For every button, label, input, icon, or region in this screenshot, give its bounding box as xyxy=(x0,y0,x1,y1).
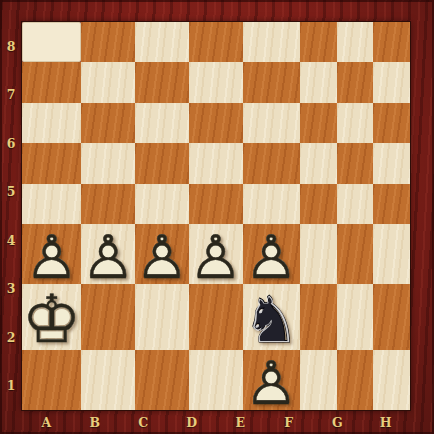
square-d4[interactable] xyxy=(189,184,243,224)
chess-board: ♟♙♟♙♟♙♟♙♟♙♚♔♞♘♟♙ xyxy=(22,22,410,410)
square-h5[interactable] xyxy=(373,143,410,183)
square-d1[interactable] xyxy=(189,350,243,410)
piece-white-king[interactable]: ♚♔ xyxy=(22,287,81,353)
white-king-outline: ♔ xyxy=(22,287,81,353)
square-f2[interactable] xyxy=(300,284,337,350)
square-d3[interactable]: ♟♙ xyxy=(189,224,243,284)
rank-label-2: 2 xyxy=(0,313,22,362)
square-b8[interactable] xyxy=(81,22,135,62)
file-label-a: A xyxy=(22,410,71,434)
square-g8[interactable] xyxy=(337,22,374,62)
rank-labels: 87654321 xyxy=(0,22,22,410)
file-label-h: H xyxy=(362,410,411,434)
piece-white-pawn[interactable]: ♟♙ xyxy=(25,227,79,287)
square-a7[interactable] xyxy=(22,62,81,102)
rank-label-3: 3 xyxy=(0,265,22,314)
square-a5[interactable] xyxy=(22,143,81,183)
file-label-c: C xyxy=(119,410,168,434)
rank-label-1: 1 xyxy=(0,362,22,411)
piece-white-pawn[interactable]: ♟♙ xyxy=(81,227,135,287)
square-a8[interactable] xyxy=(22,22,81,62)
square-d5[interactable] xyxy=(189,143,243,183)
square-c3[interactable]: ♟♙ xyxy=(135,224,189,284)
square-g4[interactable] xyxy=(337,184,374,224)
square-a6[interactable] xyxy=(22,103,81,143)
square-b2[interactable] xyxy=(81,284,135,350)
square-f5[interactable] xyxy=(300,143,337,183)
white-pawn-outline: ♙ xyxy=(244,227,298,287)
rank-label-8: 8 xyxy=(0,22,22,71)
square-g2[interactable] xyxy=(337,284,374,350)
square-b6[interactable] xyxy=(81,103,135,143)
square-h4[interactable] xyxy=(373,184,410,224)
file-label-b: B xyxy=(71,410,120,434)
square-h3[interactable] xyxy=(373,224,410,284)
square-d7[interactable] xyxy=(189,62,243,102)
square-h2[interactable] xyxy=(373,284,410,350)
rank-label-5: 5 xyxy=(0,168,22,217)
square-c1[interactable] xyxy=(135,350,189,410)
square-f6[interactable] xyxy=(300,103,337,143)
white-pawn-outline: ♙ xyxy=(135,227,189,287)
square-b7[interactable] xyxy=(81,62,135,102)
square-h8[interactable] xyxy=(373,22,410,62)
square-e4[interactable] xyxy=(243,184,300,224)
square-a1[interactable] xyxy=(22,350,81,410)
square-f7[interactable] xyxy=(300,62,337,102)
white-pawn-outline: ♙ xyxy=(25,227,79,287)
square-c5[interactable] xyxy=(135,143,189,183)
square-b5[interactable] xyxy=(81,143,135,183)
square-g6[interactable] xyxy=(337,103,374,143)
white-pawn-outline: ♙ xyxy=(189,227,243,287)
square-f4[interactable] xyxy=(300,184,337,224)
chess-diagram: 87654321 ABCDEFGH ♟♙♟♙♟♙♟♙♟♙♚♔♞♘♟♙ xyxy=(0,0,434,434)
black-knight-outline: ♘ xyxy=(243,288,300,352)
square-e7[interactable] xyxy=(243,62,300,102)
file-label-g: G xyxy=(313,410,362,434)
square-a3[interactable]: ♟♙ xyxy=(22,224,81,284)
square-e5[interactable] xyxy=(243,143,300,183)
square-h7[interactable] xyxy=(373,62,410,102)
white-pawn-outline: ♙ xyxy=(244,353,298,413)
square-b3[interactable]: ♟♙ xyxy=(81,224,135,284)
square-e3[interactable]: ♟♙ xyxy=(243,224,300,284)
square-e2[interactable]: ♞♘ xyxy=(243,284,300,350)
square-c7[interactable] xyxy=(135,62,189,102)
white-pawn-outline: ♙ xyxy=(81,227,135,287)
rank-label-6: 6 xyxy=(0,119,22,168)
square-f3[interactable] xyxy=(300,224,337,284)
piece-white-pawn[interactable]: ♟♙ xyxy=(244,227,298,287)
square-h6[interactable] xyxy=(373,103,410,143)
square-e6[interactable] xyxy=(243,103,300,143)
piece-black-knight[interactable]: ♞♘ xyxy=(243,288,300,352)
file-labels: ABCDEFGH xyxy=(22,410,410,434)
square-f1[interactable] xyxy=(300,350,337,410)
square-d6[interactable] xyxy=(189,103,243,143)
square-h1[interactable] xyxy=(373,350,410,410)
file-label-d: D xyxy=(168,410,217,434)
square-c6[interactable] xyxy=(135,103,189,143)
square-e8[interactable] xyxy=(243,22,300,62)
square-c2[interactable] xyxy=(135,284,189,350)
square-d8[interactable] xyxy=(189,22,243,62)
square-g1[interactable] xyxy=(337,350,374,410)
piece-white-pawn[interactable]: ♟♙ xyxy=(135,227,189,287)
square-c4[interactable] xyxy=(135,184,189,224)
square-g5[interactable] xyxy=(337,143,374,183)
square-d2[interactable] xyxy=(189,284,243,350)
square-f8[interactable] xyxy=(300,22,337,62)
piece-white-pawn[interactable]: ♟♙ xyxy=(244,353,298,413)
square-b1[interactable] xyxy=(81,350,135,410)
square-c8[interactable] xyxy=(135,22,189,62)
square-g7[interactable] xyxy=(337,62,374,102)
square-b4[interactable] xyxy=(81,184,135,224)
rank-label-7: 7 xyxy=(0,71,22,120)
piece-white-pawn[interactable]: ♟♙ xyxy=(189,227,243,287)
rank-label-4: 4 xyxy=(0,216,22,265)
square-e1[interactable]: ♟♙ xyxy=(243,350,300,410)
square-a2[interactable]: ♚♔ xyxy=(22,284,81,350)
square-a4[interactable] xyxy=(22,184,81,224)
square-g3[interactable] xyxy=(337,224,374,284)
